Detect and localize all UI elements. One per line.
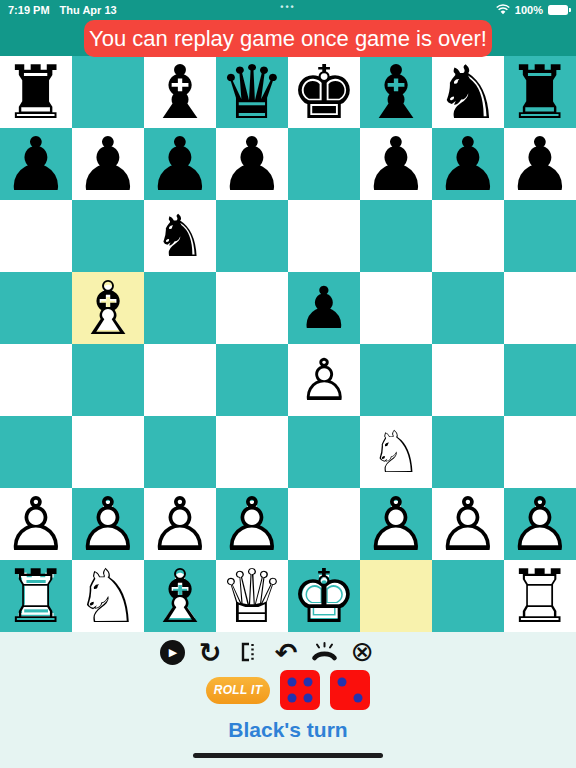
restart-icon: ↻	[199, 639, 222, 666]
piece-white-pawn: ♟♙	[288, 344, 360, 416]
piece-glyph: ♟	[219, 127, 285, 201]
square-b7[interactable]: ♟	[72, 128, 144, 200]
roll-it-button[interactable]: ROLL IT	[206, 677, 270, 704]
piece-glyph: ♙	[363, 487, 429, 561]
square-a6[interactable]	[0, 200, 72, 272]
square-c6[interactable]: ♞	[144, 200, 216, 272]
square-b3[interactable]	[72, 416, 144, 488]
piece-glyph: ♟	[147, 127, 213, 201]
square-f1[interactable]	[360, 560, 432, 632]
piece-glyph: ♙	[298, 351, 350, 409]
die-pip	[338, 678, 347, 687]
die-pip	[288, 678, 297, 687]
square-g6[interactable]	[432, 200, 504, 272]
close-button[interactable]: ⊗	[348, 638, 376, 666]
square-e4[interactable]: ♟♙	[288, 344, 360, 416]
square-b5[interactable]: ♝♗	[72, 272, 144, 344]
undo-button[interactable]: ↶	[272, 638, 300, 666]
piece-glyph: ♙	[3, 487, 69, 561]
piece-glyph: ♙	[147, 487, 213, 561]
piece-white-pawn: ♟♙	[360, 488, 432, 560]
piece-white-knight: ♞♘	[72, 560, 144, 632]
end-call-icon	[311, 640, 338, 664]
piece-black-bishop: ♝	[360, 56, 432, 128]
square-d2[interactable]: ♟♙	[216, 488, 288, 560]
square-c2[interactable]: ♟♙	[144, 488, 216, 560]
square-b1[interactable]: ♞♘	[72, 560, 144, 632]
square-g8[interactable]: ♞	[432, 56, 504, 128]
move-list-button[interactable]	[234, 638, 262, 666]
piece-glyph: ♟	[298, 279, 350, 337]
piece-glyph: ♟	[507, 127, 573, 201]
piece-white-bishop: ♝♗	[72, 272, 144, 344]
piece-glyph: ♜	[3, 55, 69, 129]
square-d5[interactable]	[216, 272, 288, 344]
piece-black-pawn: ♟	[144, 128, 216, 200]
square-e7[interactable]	[288, 128, 360, 200]
piece-black-bishop: ♝	[144, 56, 216, 128]
square-d4[interactable]	[216, 344, 288, 416]
piece-white-pawn: ♟♙	[432, 488, 504, 560]
piece-black-queen: ♛	[216, 56, 288, 128]
square-e2[interactable]	[288, 488, 360, 560]
square-a5[interactable]	[0, 272, 72, 344]
piece-glyph: ♙	[75, 487, 141, 561]
piece-black-pawn: ♟	[0, 128, 72, 200]
status-bar: 7:19 PM Thu Apr 13 ••• 100%	[0, 0, 576, 20]
square-h6[interactable]	[504, 200, 576, 272]
play-button[interactable]: ▶	[158, 638, 186, 666]
square-a8[interactable]: ♜	[0, 56, 72, 128]
square-f3[interactable]: ♞♘	[360, 416, 432, 488]
piece-glyph: ♟	[363, 127, 429, 201]
square-g3[interactable]	[432, 416, 504, 488]
chess-board: ♜♝♛♚♝♞♜♟♟♟♟♟♟♟♞♝♗♟♟♙♞♘♟♙♟♙♟♙♟♙♟♙♟♙♟♙♜♖♞♘…	[0, 56, 576, 632]
square-a1[interactable]: ♜♖	[0, 560, 72, 632]
piece-black-king: ♚	[288, 56, 360, 128]
piece-glyph: ♞	[154, 207, 206, 265]
piece-glyph: ♛	[219, 55, 285, 129]
square-h5[interactable]	[504, 272, 576, 344]
square-d3[interactable]	[216, 416, 288, 488]
square-e8[interactable]: ♚	[288, 56, 360, 128]
die-pip	[304, 694, 313, 703]
piece-glyph: ♟	[75, 127, 141, 201]
bottom-panel: ▶ ↻ ↶	[0, 632, 576, 768]
piece-black-pawn: ♟	[72, 128, 144, 200]
square-h4[interactable]	[504, 344, 576, 416]
square-c1[interactable]: ♝♗	[144, 560, 216, 632]
die-pip	[304, 678, 313, 687]
square-e3[interactable]	[288, 416, 360, 488]
piece-black-pawn: ♟	[216, 128, 288, 200]
end-game-button[interactable]	[310, 638, 338, 666]
square-a3[interactable]	[0, 416, 72, 488]
square-c8[interactable]: ♝	[144, 56, 216, 128]
battery-percent: 100%	[515, 4, 543, 16]
square-h8[interactable]: ♜	[504, 56, 576, 128]
piece-glyph: ♙	[219, 487, 285, 561]
undo-icon: ↶	[275, 639, 298, 666]
piece-black-pawn: ♟	[432, 128, 504, 200]
square-f5[interactable]	[360, 272, 432, 344]
game-toolbar: ▶ ↻ ↶	[0, 637, 555, 667]
piece-white-pawn: ♟♙	[0, 488, 72, 560]
die-2[interactable]	[330, 670, 370, 710]
piece-black-rook: ♜	[504, 56, 576, 128]
square-g5[interactable]	[432, 272, 504, 344]
move-list-icon	[236, 640, 260, 664]
status-right: 100%	[496, 4, 568, 17]
square-h2[interactable]: ♟♙	[504, 488, 576, 560]
piece-white-bishop: ♝♗	[144, 560, 216, 632]
piece-black-knight: ♞	[144, 200, 216, 272]
piece-white-rook: ♜♖	[0, 560, 72, 632]
piece-white-knight: ♞♘	[360, 416, 432, 488]
piece-glyph: ♙	[435, 487, 501, 561]
square-f4[interactable]	[360, 344, 432, 416]
piece-glyph: ♝	[363, 55, 429, 129]
piece-glyph: ♖	[507, 559, 573, 633]
square-d1[interactable]: ♛♕	[216, 560, 288, 632]
square-a7[interactable]: ♟	[0, 128, 72, 200]
close-icon: ⊗	[350, 638, 373, 666]
turn-indicator: Black's turn	[0, 718, 576, 742]
piece-glyph: ♔	[291, 559, 357, 633]
square-c4[interactable]	[144, 344, 216, 416]
square-e6[interactable]	[288, 200, 360, 272]
play-icon: ▶	[160, 640, 185, 665]
wifi-icon	[496, 4, 510, 17]
piece-glyph: ♘	[370, 423, 422, 481]
square-h7[interactable]: ♟	[504, 128, 576, 200]
piece-glyph: ♝	[147, 55, 213, 129]
piece-glyph: ♟	[435, 127, 501, 201]
piece-white-pawn: ♟♙	[144, 488, 216, 560]
piece-glyph: ♗	[75, 271, 141, 345]
status-date: Thu Apr 13	[60, 4, 117, 16]
die-pip	[288, 694, 297, 703]
square-d6[interactable]	[216, 200, 288, 272]
toast-banner: You can replay game once game is over!	[84, 20, 492, 57]
square-h1[interactable]: ♜♖	[504, 560, 576, 632]
square-g1[interactable]	[432, 560, 504, 632]
app-screen: 7:19 PM Thu Apr 13 ••• 100% You can repl…	[0, 0, 576, 768]
piece-glyph: ♚	[291, 55, 357, 129]
status-time: 7:19 PM	[8, 4, 50, 16]
dice-controls: ROLL IT	[0, 669, 576, 711]
piece-glyph: ♞	[435, 55, 501, 129]
square-b8[interactable]	[72, 56, 144, 128]
square-d7[interactable]: ♟	[216, 128, 288, 200]
piece-white-rook: ♜♖	[504, 560, 576, 632]
square-d8[interactable]: ♛	[216, 56, 288, 128]
square-e1[interactable]: ♚♔	[288, 560, 360, 632]
square-f7[interactable]: ♟	[360, 128, 432, 200]
square-b4[interactable]	[72, 344, 144, 416]
piece-white-queen: ♛♕	[216, 560, 288, 632]
die-1[interactable]	[280, 670, 320, 710]
piece-white-pawn: ♟♙	[216, 488, 288, 560]
piece-black-pawn: ♟	[504, 128, 576, 200]
status-left: 7:19 PM Thu Apr 13	[8, 4, 117, 16]
square-c5[interactable]	[144, 272, 216, 344]
square-a4[interactable]	[0, 344, 72, 416]
restart-button[interactable]: ↻	[196, 638, 224, 666]
square-g7[interactable]: ♟	[432, 128, 504, 200]
die-pip	[354, 694, 363, 703]
piece-black-knight: ♞	[432, 56, 504, 128]
piece-white-king: ♚♔	[288, 560, 360, 632]
square-a2[interactable]: ♟♙	[0, 488, 72, 560]
square-g4[interactable]	[432, 344, 504, 416]
square-c7[interactable]: ♟	[144, 128, 216, 200]
toast-text: You can replay game once game is over!	[89, 26, 487, 52]
square-h3[interactable]	[504, 416, 576, 488]
square-f8[interactable]: ♝	[360, 56, 432, 128]
home-indicator[interactable]	[193, 753, 383, 758]
piece-glyph: ♜	[507, 55, 573, 129]
piece-black-pawn: ♟	[360, 128, 432, 200]
battery-icon	[548, 5, 568, 15]
square-b2[interactable]: ♟♙	[72, 488, 144, 560]
square-c3[interactable]	[144, 416, 216, 488]
square-e5[interactable]: ♟	[288, 272, 360, 344]
square-f2[interactable]: ♟♙	[360, 488, 432, 560]
multitask-dots-icon: •••	[280, 2, 295, 12]
square-g2[interactable]: ♟♙	[432, 488, 504, 560]
square-f6[interactable]	[360, 200, 432, 272]
piece-glyph: ♘	[75, 559, 141, 633]
piece-black-pawn: ♟	[288, 272, 360, 344]
piece-glyph: ♗	[147, 559, 213, 633]
piece-black-rook: ♜	[0, 56, 72, 128]
piece-white-pawn: ♟♙	[72, 488, 144, 560]
piece-white-pawn: ♟♙	[504, 488, 576, 560]
square-b6[interactable]	[72, 200, 144, 272]
piece-glyph: ♖	[3, 559, 69, 633]
piece-glyph: ♙	[507, 487, 573, 561]
piece-glyph: ♕	[219, 559, 285, 633]
piece-glyph: ♟	[3, 127, 69, 201]
